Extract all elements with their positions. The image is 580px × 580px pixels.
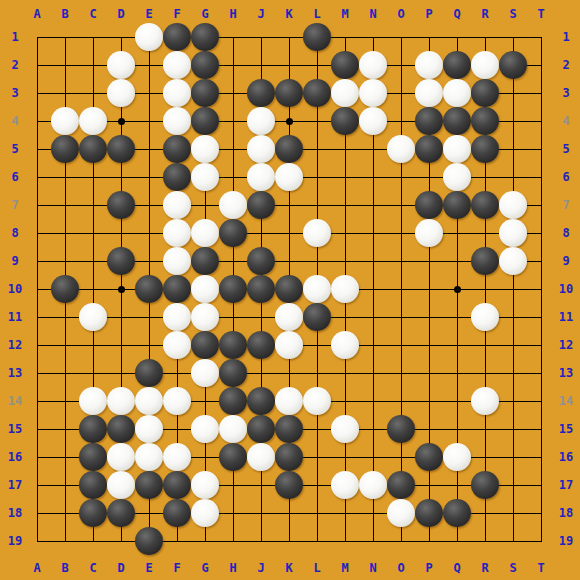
intersection[interactable] (303, 51, 331, 79)
intersection[interactable] (219, 23, 247, 51)
intersection[interactable] (331, 527, 359, 555)
intersection[interactable] (135, 135, 163, 163)
intersection[interactable]: ● (443, 51, 471, 79)
intersection[interactable] (23, 51, 51, 79)
intersection[interactable]: ● (163, 275, 191, 303)
intersection[interactable] (499, 23, 527, 51)
intersection[interactable] (303, 359, 331, 387)
intersection[interactable]: ● (247, 415, 275, 443)
intersection[interactable] (527, 107, 555, 135)
intersection[interactable] (331, 219, 359, 247)
intersection[interactable] (23, 499, 51, 527)
intersection[interactable] (443, 23, 471, 51)
intersection[interactable] (79, 359, 107, 387)
intersection[interactable] (527, 79, 555, 107)
intersection[interactable] (415, 359, 443, 387)
intersection[interactable] (51, 247, 79, 275)
intersection[interactable] (527, 303, 555, 331)
intersection[interactable] (443, 303, 471, 331)
intersection[interactable] (51, 359, 79, 387)
intersection[interactable]: ○ (499, 191, 527, 219)
intersection[interactable]: ● (219, 275, 247, 303)
intersection[interactable] (415, 471, 443, 499)
intersection[interactable] (471, 415, 499, 443)
intersection[interactable]: ○ (191, 471, 219, 499)
intersection[interactable]: ○ (443, 163, 471, 191)
intersection[interactable]: ● (163, 499, 191, 527)
intersection[interactable] (135, 51, 163, 79)
intersection[interactable] (135, 191, 163, 219)
intersection[interactable] (387, 359, 415, 387)
intersection[interactable] (79, 191, 107, 219)
intersection[interactable] (443, 387, 471, 415)
intersection[interactable]: ○ (415, 79, 443, 107)
intersection[interactable]: ● (471, 135, 499, 163)
intersection[interactable]: ○ (163, 191, 191, 219)
intersection[interactable]: ○ (415, 51, 443, 79)
intersection[interactable]: ● (191, 107, 219, 135)
intersection[interactable] (303, 527, 331, 555)
intersection[interactable] (443, 471, 471, 499)
intersection[interactable]: ○ (387, 499, 415, 527)
intersection[interactable] (527, 359, 555, 387)
intersection[interactable]: ● (107, 135, 135, 163)
intersection[interactable] (219, 247, 247, 275)
intersection[interactable] (303, 191, 331, 219)
intersection[interactable] (23, 527, 51, 555)
intersection[interactable]: ○ (191, 499, 219, 527)
intersection[interactable]: ○ (219, 191, 247, 219)
intersection[interactable] (303, 163, 331, 191)
intersection[interactable]: ○ (443, 135, 471, 163)
intersection[interactable] (107, 303, 135, 331)
intersection[interactable]: ● (135, 275, 163, 303)
intersection[interactable]: ○ (163, 107, 191, 135)
intersection[interactable] (359, 443, 387, 471)
intersection[interactable]: ○ (303, 219, 331, 247)
intersection[interactable] (79, 23, 107, 51)
intersection[interactable] (499, 415, 527, 443)
intersection[interactable] (527, 527, 555, 555)
intersection[interactable] (415, 387, 443, 415)
intersection[interactable]: ○ (191, 359, 219, 387)
intersection[interactable] (331, 135, 359, 163)
intersection[interactable]: ● (331, 107, 359, 135)
intersection[interactable] (359, 163, 387, 191)
intersection[interactable] (359, 219, 387, 247)
intersection[interactable] (499, 471, 527, 499)
intersection[interactable]: ○ (51, 107, 79, 135)
intersection[interactable]: ● (275, 135, 303, 163)
intersection[interactable] (191, 443, 219, 471)
intersection[interactable] (359, 303, 387, 331)
intersection[interactable]: ● (107, 191, 135, 219)
intersection[interactable]: ○ (331, 331, 359, 359)
intersection[interactable] (443, 359, 471, 387)
intersection[interactable] (331, 191, 359, 219)
intersection[interactable] (79, 163, 107, 191)
intersection[interactable] (387, 163, 415, 191)
intersection[interactable] (23, 331, 51, 359)
intersection[interactable] (163, 359, 191, 387)
intersection[interactable] (247, 219, 275, 247)
intersection[interactable]: ○ (275, 331, 303, 359)
intersection[interactable] (387, 23, 415, 51)
intersection[interactable] (471, 499, 499, 527)
intersection[interactable] (51, 527, 79, 555)
intersection[interactable]: ● (107, 247, 135, 275)
intersection[interactable]: ○ (331, 275, 359, 303)
intersection[interactable]: ○ (499, 219, 527, 247)
intersection[interactable] (163, 415, 191, 443)
intersection[interactable]: ○ (443, 443, 471, 471)
intersection[interactable] (471, 275, 499, 303)
intersection[interactable] (387, 275, 415, 303)
intersection[interactable]: ● (387, 471, 415, 499)
intersection[interactable] (23, 219, 51, 247)
intersection[interactable] (359, 275, 387, 303)
intersection[interactable] (303, 415, 331, 443)
intersection[interactable]: ● (415, 191, 443, 219)
intersection[interactable] (527, 163, 555, 191)
intersection[interactable] (219, 303, 247, 331)
intersection[interactable] (79, 219, 107, 247)
intersection[interactable] (527, 275, 555, 303)
intersection[interactable] (51, 23, 79, 51)
intersection[interactable]: ○ (247, 107, 275, 135)
intersection[interactable]: ● (107, 499, 135, 527)
intersection[interactable] (247, 499, 275, 527)
intersection[interactable] (415, 247, 443, 275)
intersection[interactable]: ● (303, 303, 331, 331)
intersection[interactable] (107, 219, 135, 247)
intersection[interactable] (79, 331, 107, 359)
intersection[interactable] (275, 219, 303, 247)
intersection[interactable] (415, 163, 443, 191)
intersection[interactable] (387, 527, 415, 555)
intersection[interactable]: ● (443, 499, 471, 527)
intersection[interactable]: ● (51, 275, 79, 303)
intersection[interactable] (275, 499, 303, 527)
intersection[interactable] (443, 219, 471, 247)
intersection[interactable] (527, 191, 555, 219)
intersection[interactable] (23, 471, 51, 499)
intersection[interactable]: ○ (219, 415, 247, 443)
intersection[interactable]: ○ (191, 303, 219, 331)
intersection[interactable] (79, 247, 107, 275)
intersection[interactable]: ● (191, 51, 219, 79)
intersection[interactable] (23, 191, 51, 219)
intersection[interactable] (79, 51, 107, 79)
intersection[interactable] (499, 331, 527, 359)
intersection[interactable] (23, 443, 51, 471)
intersection[interactable] (51, 387, 79, 415)
intersection[interactable] (51, 415, 79, 443)
intersection[interactable]: ○ (303, 275, 331, 303)
intersection[interactable] (527, 23, 555, 51)
intersection[interactable] (499, 359, 527, 387)
intersection[interactable]: ● (443, 107, 471, 135)
intersection[interactable]: ● (163, 471, 191, 499)
intersection[interactable] (471, 331, 499, 359)
intersection[interactable]: ○ (471, 51, 499, 79)
intersection[interactable] (219, 499, 247, 527)
intersection[interactable]: ○ (275, 387, 303, 415)
intersection[interactable] (191, 527, 219, 555)
intersection[interactable]: ● (79, 415, 107, 443)
intersection[interactable]: ● (219, 387, 247, 415)
intersection[interactable] (527, 135, 555, 163)
intersection[interactable] (51, 303, 79, 331)
intersection[interactable] (23, 135, 51, 163)
intersection[interactable] (303, 135, 331, 163)
intersection[interactable]: ○ (163, 247, 191, 275)
intersection[interactable]: ○ (471, 387, 499, 415)
intersection[interactable] (359, 191, 387, 219)
intersection[interactable] (107, 359, 135, 387)
intersection[interactable] (51, 163, 79, 191)
intersection[interactable] (247, 23, 275, 51)
intersection[interactable] (51, 191, 79, 219)
intersection[interactable] (527, 471, 555, 499)
intersection[interactable]: ○ (163, 443, 191, 471)
intersection[interactable]: ○ (191, 275, 219, 303)
intersection[interactable]: ● (247, 387, 275, 415)
intersection[interactable] (23, 415, 51, 443)
intersection[interactable] (471, 359, 499, 387)
intersection[interactable]: ○ (331, 471, 359, 499)
intersection[interactable] (79, 275, 107, 303)
intersection[interactable]: ● (247, 247, 275, 275)
intersection[interactable] (303, 443, 331, 471)
intersection[interactable]: ● (471, 471, 499, 499)
intersection[interactable]: ○ (79, 107, 107, 135)
intersection[interactable]: ● (247, 191, 275, 219)
intersection[interactable]: ○ (359, 107, 387, 135)
intersection[interactable] (275, 527, 303, 555)
intersection[interactable] (471, 23, 499, 51)
intersection[interactable]: ● (471, 79, 499, 107)
intersection[interactable] (51, 79, 79, 107)
intersection[interactable] (51, 443, 79, 471)
intersection[interactable]: ● (191, 23, 219, 51)
intersection[interactable] (191, 191, 219, 219)
intersection[interactable] (387, 107, 415, 135)
intersection[interactable]: ● (303, 23, 331, 51)
intersection[interactable]: ● (135, 471, 163, 499)
intersection[interactable]: ● (163, 163, 191, 191)
intersection[interactable]: ○ (163, 331, 191, 359)
intersection[interactable]: ● (79, 443, 107, 471)
intersection[interactable] (527, 51, 555, 79)
intersection[interactable] (191, 387, 219, 415)
intersection[interactable]: ● (191, 331, 219, 359)
intersection[interactable] (331, 499, 359, 527)
intersection[interactable]: ○ (107, 471, 135, 499)
intersection[interactable] (359, 527, 387, 555)
intersection[interactable] (527, 331, 555, 359)
intersection[interactable] (51, 471, 79, 499)
intersection[interactable] (499, 163, 527, 191)
intersection[interactable] (499, 527, 527, 555)
intersection[interactable] (107, 107, 135, 135)
intersection[interactable]: ○ (275, 303, 303, 331)
intersection[interactable]: ● (219, 331, 247, 359)
intersection[interactable] (107, 275, 135, 303)
intersection[interactable] (135, 247, 163, 275)
intersection[interactable] (23, 359, 51, 387)
intersection[interactable] (51, 219, 79, 247)
intersection[interactable] (303, 107, 331, 135)
intersection[interactable]: ○ (163, 387, 191, 415)
intersection[interactable] (387, 443, 415, 471)
intersection[interactable]: ○ (191, 219, 219, 247)
intersection[interactable]: ○ (303, 387, 331, 415)
intersection[interactable]: ○ (107, 387, 135, 415)
intersection[interactable]: ○ (135, 415, 163, 443)
intersection[interactable]: ○ (79, 303, 107, 331)
intersection[interactable]: ● (163, 23, 191, 51)
intersection[interactable] (247, 471, 275, 499)
intersection[interactable] (443, 247, 471, 275)
intersection[interactable] (303, 471, 331, 499)
intersection[interactable] (219, 163, 247, 191)
intersection[interactable]: ○ (359, 79, 387, 107)
intersection[interactable] (247, 359, 275, 387)
intersection[interactable] (275, 51, 303, 79)
intersection[interactable] (359, 415, 387, 443)
intersection[interactable]: ● (191, 247, 219, 275)
intersection[interactable] (135, 163, 163, 191)
intersection[interactable] (219, 79, 247, 107)
intersection[interactable] (275, 23, 303, 51)
intersection[interactable] (415, 331, 443, 359)
intersection[interactable]: ● (51, 135, 79, 163)
intersection[interactable]: ● (471, 107, 499, 135)
intersection[interactable] (23, 107, 51, 135)
intersection[interactable] (275, 191, 303, 219)
intersection[interactable]: ○ (135, 23, 163, 51)
intersection[interactable] (23, 275, 51, 303)
intersection[interactable] (51, 499, 79, 527)
intersection[interactable] (23, 247, 51, 275)
intersection[interactable] (471, 443, 499, 471)
intersection[interactable] (79, 79, 107, 107)
intersection[interactable] (499, 303, 527, 331)
intersection[interactable]: ○ (415, 219, 443, 247)
intersection[interactable]: ○ (135, 387, 163, 415)
intersection[interactable] (499, 387, 527, 415)
intersection[interactable]: ○ (191, 415, 219, 443)
intersection[interactable]: ● (415, 443, 443, 471)
intersection[interactable] (219, 135, 247, 163)
intersection[interactable] (359, 359, 387, 387)
intersection[interactable]: ● (79, 471, 107, 499)
intersection[interactable]: ○ (247, 135, 275, 163)
intersection[interactable] (51, 331, 79, 359)
intersection[interactable] (527, 387, 555, 415)
intersection[interactable] (359, 135, 387, 163)
intersection[interactable]: ● (387, 415, 415, 443)
intersection[interactable] (247, 527, 275, 555)
intersection[interactable] (135, 79, 163, 107)
intersection[interactable] (387, 387, 415, 415)
intersection[interactable] (135, 107, 163, 135)
intersection[interactable]: ● (275, 415, 303, 443)
intersection[interactable] (107, 331, 135, 359)
intersection[interactable]: ○ (443, 79, 471, 107)
intersection[interactable]: ● (135, 527, 163, 555)
intersection[interactable] (443, 275, 471, 303)
intersection[interactable] (499, 275, 527, 303)
intersection[interactable] (443, 527, 471, 555)
intersection[interactable]: ● (471, 191, 499, 219)
intersection[interactable]: ● (275, 471, 303, 499)
intersection[interactable]: ● (443, 191, 471, 219)
intersection[interactable] (471, 163, 499, 191)
intersection[interactable] (303, 499, 331, 527)
intersection[interactable]: ● (415, 135, 443, 163)
intersection[interactable]: ○ (331, 415, 359, 443)
intersection[interactable] (107, 23, 135, 51)
intersection[interactable] (443, 331, 471, 359)
intersection[interactable]: ○ (275, 163, 303, 191)
intersection[interactable]: ● (415, 107, 443, 135)
intersection[interactable] (387, 191, 415, 219)
intersection[interactable]: ○ (163, 219, 191, 247)
intersection[interactable] (527, 247, 555, 275)
intersection[interactable] (359, 387, 387, 415)
intersection[interactable] (415, 23, 443, 51)
intersection[interactable] (23, 79, 51, 107)
intersection[interactable]: ○ (107, 51, 135, 79)
intersection[interactable] (499, 443, 527, 471)
intersection[interactable]: ○ (191, 135, 219, 163)
intersection[interactable] (387, 303, 415, 331)
intersection[interactable] (23, 163, 51, 191)
intersection[interactable] (387, 51, 415, 79)
intersection[interactable] (359, 23, 387, 51)
intersection[interactable] (387, 247, 415, 275)
intersection[interactable]: ○ (359, 471, 387, 499)
intersection[interactable] (527, 415, 555, 443)
intersection[interactable] (331, 163, 359, 191)
intersection[interactable]: ○ (163, 51, 191, 79)
intersection[interactable]: ○ (359, 51, 387, 79)
intersection[interactable]: ● (79, 499, 107, 527)
intersection[interactable] (443, 415, 471, 443)
intersection[interactable]: ● (275, 275, 303, 303)
intersection[interactable] (219, 51, 247, 79)
intersection[interactable] (527, 499, 555, 527)
intersection[interactable]: ● (219, 219, 247, 247)
intersection[interactable] (331, 23, 359, 51)
intersection[interactable]: ○ (331, 79, 359, 107)
intersection[interactable] (387, 331, 415, 359)
intersection[interactable] (219, 107, 247, 135)
intersection[interactable] (415, 303, 443, 331)
intersection[interactable] (163, 527, 191, 555)
intersection[interactable]: ● (303, 79, 331, 107)
intersection[interactable] (527, 219, 555, 247)
intersection[interactable]: ● (135, 359, 163, 387)
intersection[interactable] (275, 107, 303, 135)
intersection[interactable]: ● (275, 443, 303, 471)
intersection[interactable] (135, 499, 163, 527)
intersection[interactable] (107, 163, 135, 191)
intersection[interactable] (387, 219, 415, 247)
intersection[interactable]: ○ (247, 443, 275, 471)
